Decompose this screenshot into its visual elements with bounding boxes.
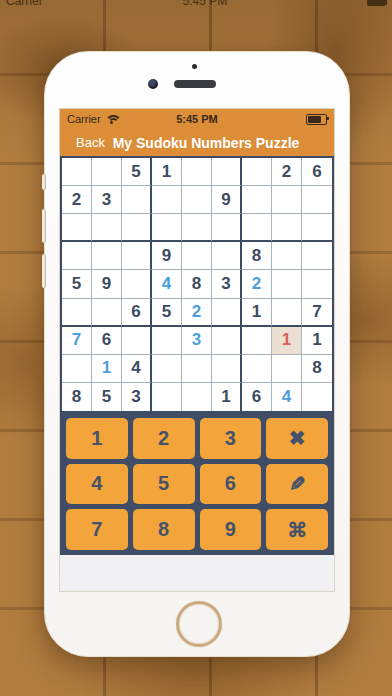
sudoku-cell[interactable]: 2: [242, 270, 272, 298]
sudoku-cell[interactable]: 9: [212, 186, 242, 214]
sudoku-cell[interactable]: 1: [212, 383, 242, 411]
back-button[interactable]: Back: [76, 135, 105, 150]
sudoku-cell[interactable]: 1: [272, 327, 302, 355]
key-3[interactable]: 3: [200, 418, 262, 459]
sudoku-cell[interactable]: [122, 242, 152, 270]
sudoku-cell[interactable]: [182, 355, 212, 383]
sudoku-cell[interactable]: 4: [272, 383, 302, 411]
key-2[interactable]: 2: [133, 418, 195, 459]
home-button[interactable]: [176, 601, 222, 647]
pencil-icon-button[interactable]: ✎: [266, 464, 328, 505]
sudoku-cell[interactable]: [272, 299, 302, 327]
sudoku-cell[interactable]: 5: [122, 158, 152, 186]
sudoku-cell[interactable]: [122, 270, 152, 298]
proximity-sensor: [192, 64, 197, 69]
status-bar: Carrier 5:45 PM: [60, 109, 334, 129]
sudoku-cell[interactable]: 7: [62, 327, 92, 355]
sudoku-cell[interactable]: [242, 355, 272, 383]
ghost-battery-icon: [367, 0, 386, 6]
sudoku-cell[interactable]: 3: [92, 186, 122, 214]
sudoku-cell[interactable]: 5: [92, 383, 122, 411]
sudoku-cell[interactable]: 7: [302, 299, 332, 327]
sudoku-cell[interactable]: [242, 327, 272, 355]
sudoku-cell[interactable]: 1: [302, 327, 332, 355]
phone-frame: Carrier 5:45 PM Back My Sudoku Numbers P…: [44, 51, 350, 657]
sudoku-cell[interactable]: [182, 158, 212, 186]
key-1[interactable]: 1: [66, 418, 128, 459]
key-6[interactable]: 6: [200, 464, 262, 505]
sudoku-cell[interactable]: [302, 186, 332, 214]
delete-icon-button[interactable]: ✖: [266, 418, 328, 459]
ghost-time-label: 5:45 PM: [182, 0, 227, 8]
sudoku-cell[interactable]: 2: [272, 158, 302, 186]
sudoku-cell[interactable]: 5: [62, 270, 92, 298]
sudoku-cell[interactable]: [182, 186, 212, 214]
sudoku-cell[interactable]: [92, 242, 122, 270]
sudoku-cell[interactable]: 6: [122, 299, 152, 327]
carrier-label: Carrier: [67, 113, 101, 125]
mute-switch: [42, 174, 46, 190]
sudoku-cell[interactable]: [242, 214, 272, 242]
sudoku-cell[interactable]: [122, 186, 152, 214]
sudoku-cell[interactable]: [212, 214, 242, 242]
sudoku-cell[interactable]: 1: [92, 355, 122, 383]
sudoku-cell[interactable]: 3: [182, 327, 212, 355]
sudoku-cell[interactable]: 8: [62, 383, 92, 411]
sudoku-cell[interactable]: 9: [152, 242, 182, 270]
sudoku-cell[interactable]: [92, 214, 122, 242]
sudoku-cell[interactable]: [152, 383, 182, 411]
sudoku-cell[interactable]: [212, 242, 242, 270]
sudoku-cell[interactable]: 2: [182, 299, 212, 327]
number-keypad: 123✖456✎789⌘: [60, 413, 334, 555]
sudoku-cell[interactable]: [272, 214, 302, 242]
sudoku-cell[interactable]: 3: [122, 383, 152, 411]
key-7[interactable]: 7: [66, 509, 128, 550]
sudoku-grid: 5126239985948326521776311148853164: [60, 156, 334, 413]
sudoku-cell[interactable]: 5: [152, 299, 182, 327]
sudoku-cell[interactable]: [92, 158, 122, 186]
sudoku-cell[interactable]: [152, 327, 182, 355]
sudoku-cell[interactable]: 9: [92, 270, 122, 298]
sudoku-cell[interactable]: [212, 299, 242, 327]
sudoku-cell[interactable]: [212, 158, 242, 186]
sudoku-cell[interactable]: 3: [212, 270, 242, 298]
earpiece-speaker: [174, 80, 216, 88]
sudoku-cell[interactable]: [152, 214, 182, 242]
ghost-carrier-label: Carrier: [6, 0, 43, 8]
sudoku-cell[interactable]: [242, 186, 272, 214]
sudoku-cell[interactable]: 8: [182, 270, 212, 298]
sudoku-cell[interactable]: [302, 383, 332, 411]
sudoku-cell[interactable]: 1: [152, 158, 182, 186]
key-9[interactable]: 9: [200, 509, 262, 550]
key-5[interactable]: 5: [133, 464, 195, 505]
command-icon-button[interactable]: ⌘: [266, 509, 328, 550]
volume-up-button: [42, 209, 46, 243]
sudoku-cell[interactable]: 6: [92, 327, 122, 355]
sudoku-cell[interactable]: [302, 214, 332, 242]
sudoku-cell[interactable]: [302, 270, 332, 298]
sudoku-cell[interactable]: [122, 327, 152, 355]
sudoku-cell[interactable]: [212, 355, 242, 383]
sudoku-cell[interactable]: [122, 214, 152, 242]
app-screen: Carrier 5:45 PM Back My Sudoku Numbers P…: [60, 109, 334, 591]
sudoku-cell[interactable]: 1: [242, 299, 272, 327]
sudoku-cell[interactable]: [272, 242, 302, 270]
sudoku-cell[interactable]: [182, 242, 212, 270]
sudoku-cell[interactable]: [182, 214, 212, 242]
sudoku-cell[interactable]: [152, 186, 182, 214]
wifi-icon: [105, 114, 118, 124]
navigation-bar: Back My Sudoku Numbers Puzzle: [60, 129, 334, 156]
sudoku-cell[interactable]: [182, 383, 212, 411]
sudoku-cell[interactable]: [272, 355, 302, 383]
sudoku-cell[interactable]: [62, 158, 92, 186]
key-8[interactable]: 8: [133, 509, 195, 550]
sudoku-cell[interactable]: [272, 186, 302, 214]
front-camera: [148, 79, 158, 89]
sudoku-cell[interactable]: [272, 270, 302, 298]
sudoku-cell[interactable]: [62, 355, 92, 383]
key-4[interactable]: 4: [66, 464, 128, 505]
sudoku-cell[interactable]: [62, 299, 92, 327]
sudoku-cell[interactable]: [212, 327, 242, 355]
sudoku-cell[interactable]: [302, 242, 332, 270]
sudoku-cell[interactable]: 8: [242, 242, 272, 270]
sudoku-cell[interactable]: 6: [302, 158, 332, 186]
volume-down-button: [42, 254, 46, 288]
sudoku-cell[interactable]: 8: [302, 355, 332, 383]
sudoku-cell[interactable]: [242, 158, 272, 186]
battery-icon: [306, 114, 327, 125]
sudoku-cell[interactable]: [152, 355, 182, 383]
sudoku-cell[interactable]: 6: [242, 383, 272, 411]
sudoku-cell[interactable]: 2: [62, 186, 92, 214]
page-title: My Sudoku Numbers Puzzle: [113, 135, 300, 151]
sudoku-cell[interactable]: [62, 214, 92, 242]
sudoku-cell[interactable]: 4: [122, 355, 152, 383]
sudoku-cell[interactable]: 4: [152, 270, 182, 298]
sudoku-cell[interactable]: [62, 242, 92, 270]
ghost-status-bar: Carrier 5:45 PM: [0, 0, 392, 8]
clock-label: 5:45 PM: [176, 113, 218, 125]
sudoku-cell[interactable]: [92, 299, 122, 327]
